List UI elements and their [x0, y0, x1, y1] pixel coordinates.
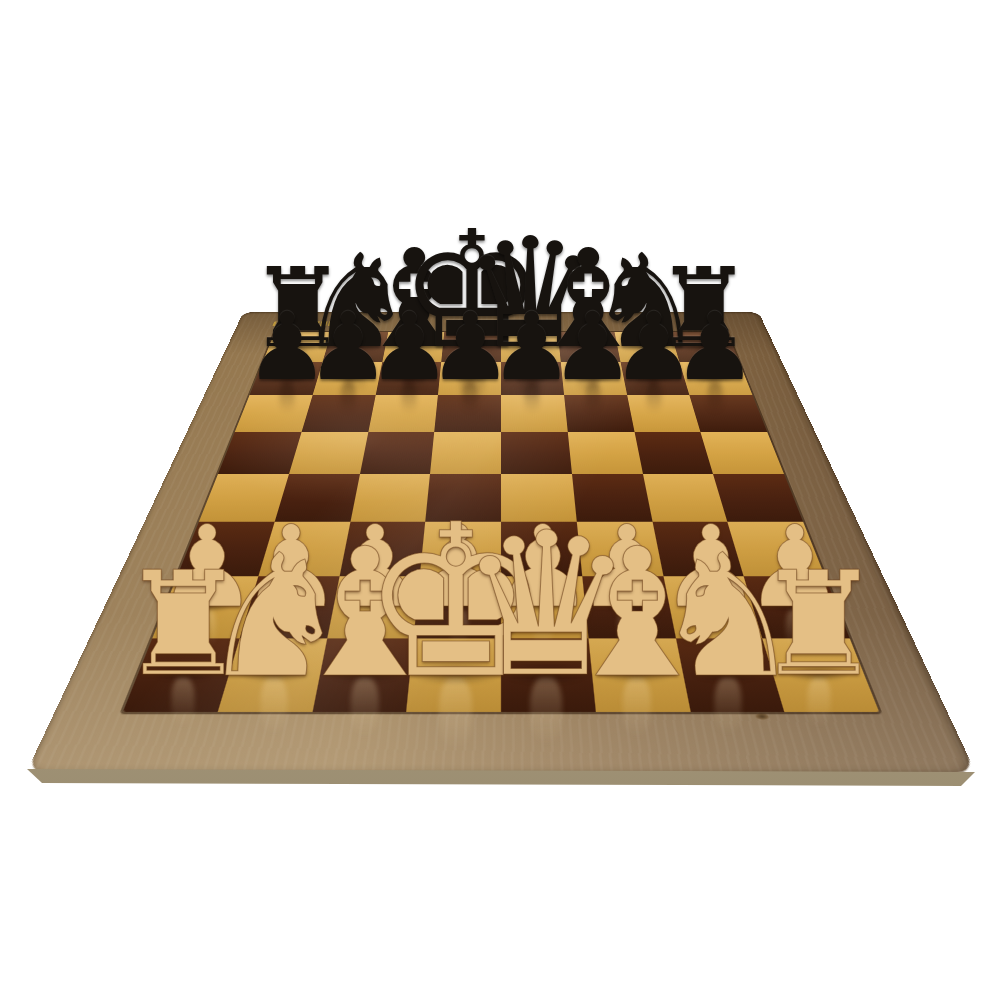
square-e5	[426, 474, 501, 522]
square-h1	[263, 332, 331, 362]
square-c5	[572, 474, 652, 522]
square-e6	[420, 522, 501, 576]
square-d2	[501, 362, 564, 395]
square-c2	[561, 362, 627, 395]
square-h3	[235, 395, 313, 432]
square-d7	[501, 576, 588, 639]
square-b2	[620, 362, 689, 395]
square-f4	[360, 432, 435, 474]
chessboard	[26, 312, 976, 773]
square-f6	[339, 522, 425, 576]
square-g3	[301, 395, 375, 432]
square-f2	[375, 362, 441, 395]
square-g1	[322, 332, 388, 362]
square-f5	[350, 474, 430, 522]
square-b3	[627, 395, 701, 432]
square-g4	[289, 432, 368, 474]
square-e3	[434, 395, 501, 432]
square-c7	[582, 576, 675, 639]
square-e2	[438, 362, 501, 395]
square-c1	[558, 332, 621, 362]
square-a6	[727, 522, 824, 576]
square-c3	[564, 395, 634, 432]
square-e4	[430, 432, 501, 474]
square-g5	[275, 474, 360, 522]
square-g7	[239, 576, 339, 639]
square-d4	[501, 432, 572, 474]
square-f7	[327, 576, 420, 639]
maker-stamp	[272, 321, 332, 326]
square-f3	[368, 395, 438, 432]
square-f1	[382, 332, 445, 362]
square-a4	[701, 432, 784, 474]
square-a2	[680, 362, 753, 395]
square-b4	[634, 432, 713, 474]
square-a5	[713, 474, 803, 522]
square-d1	[501, 332, 561, 362]
square-e7	[414, 576, 501, 639]
square-h4	[218, 432, 301, 474]
square-g2	[312, 362, 381, 395]
square-a1	[671, 332, 739, 362]
gold-sticker	[635, 321, 652, 326]
square-c6	[576, 522, 662, 576]
square-d6	[501, 522, 582, 576]
square-g6	[258, 522, 350, 576]
square-d8	[501, 639, 596, 712]
wood-knot	[754, 713, 771, 720]
square-e8	[406, 639, 501, 712]
square-d5	[501, 474, 576, 522]
square-f8	[312, 639, 414, 712]
square-h2	[250, 362, 323, 395]
square-e1	[441, 332, 501, 362]
board-squares-grid	[123, 332, 879, 712]
square-b1	[614, 332, 680, 362]
square-a7	[744, 576, 850, 639]
chess-set-product-photo: ♜♞♝♚♛♝♞♜♟♟♟♟♟♟♟♟♟♟♟♟♟♟♟♟♜♞♝♚♛♝♞♜	[0, 0, 1000, 1000]
square-h5	[199, 474, 289, 522]
square-c4	[568, 432, 643, 474]
square-d3	[501, 395, 568, 432]
square-a3	[690, 395, 768, 432]
square-c8	[588, 639, 690, 712]
